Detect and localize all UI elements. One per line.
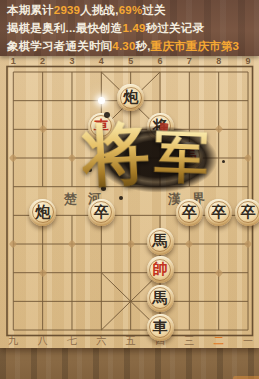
piece-glyph: 馬 — [147, 228, 174, 255]
black-piece-車[interactable]: 車 — [147, 314, 174, 341]
piece-glyph: 卒 — [205, 199, 232, 226]
leaderboard-ticker-banner: 本期累计2939人挑战,69%过关揭棋是奥利...最快创造1.49秒过关记录象棋… — [0, 0, 259, 56]
piece-glyph: 炮 — [29, 199, 56, 226]
file-label-bottom: 二 — [211, 334, 227, 348]
piece-glyph: 帥 — [147, 256, 174, 283]
piece-glyph: 将 — [147, 113, 174, 140]
file-label-top: 4 — [93, 56, 109, 66]
black-piece-将[interactable]: 将 — [147, 113, 174, 140]
black-piece-馬[interactable]: 馬 — [147, 285, 174, 312]
file-label-top: 6 — [152, 56, 168, 66]
piece-glyph: 卒 — [88, 199, 115, 226]
file-label-bottom: 七 — [64, 334, 80, 348]
piece-glyph: 卒 — [176, 199, 203, 226]
red-piece-帥[interactable]: 帥 — [147, 256, 174, 283]
black-piece-卒[interactable]: 卒 — [176, 199, 203, 226]
file-label-top: 1 — [5, 56, 21, 66]
black-piece-炮[interactable]: 炮 — [117, 84, 144, 111]
last-move-origin-dot — [98, 97, 105, 104]
piece-glyph: 車 — [147, 314, 174, 341]
file-label-top: 7 — [181, 56, 197, 66]
file-label-bottom: 五 — [123, 334, 139, 348]
file-label-top: 5 — [123, 56, 139, 66]
piece-glyph: 卒 — [235, 199, 259, 226]
piece-glyph: 馬 — [147, 285, 174, 312]
black-piece-炮[interactable]: 炮 — [29, 199, 56, 226]
red-piece-馬[interactable]: 馬 — [176, 142, 203, 169]
ticker-line: 象棋学习者通关时间4.30秒,重庆市重庆市第3 — [7, 40, 239, 53]
black-piece-馬[interactable]: 馬 — [147, 228, 174, 255]
xiangqi-app-screen: 本期累计2939人挑战,69%过关揭棋是奥利...最快创造1.49秒过关记录象棋… — [0, 0, 259, 379]
file-label-top: 8 — [211, 56, 227, 66]
black-piece-卒[interactable]: 卒 — [205, 199, 232, 226]
red-piece-車[interactable]: 車 — [88, 113, 115, 140]
file-label-bottom: 九 — [5, 334, 21, 348]
black-piece-卒[interactable]: 卒 — [235, 199, 259, 226]
file-label-bottom: 一 — [240, 334, 256, 348]
file-label-bottom: 八 — [35, 334, 51, 348]
piece-glyph: 車 — [88, 113, 115, 140]
file-label-top: 3 — [64, 56, 80, 66]
ticker-line: 揭棋是奥利...最快创造1.49秒过关记录 — [7, 22, 204, 35]
file-label-top: 9 — [240, 56, 256, 66]
piece-glyph: 馬 — [176, 142, 203, 169]
black-piece-卒[interactable]: 卒 — [88, 199, 115, 226]
file-label-top: 2 — [35, 56, 51, 66]
file-label-bottom: 六 — [93, 334, 109, 348]
file-label-bottom: 三 — [181, 334, 197, 348]
ticker-line: 本期累计2939人挑战,69%过关 — [7, 4, 166, 17]
piece-glyph: 炮 — [117, 84, 144, 111]
